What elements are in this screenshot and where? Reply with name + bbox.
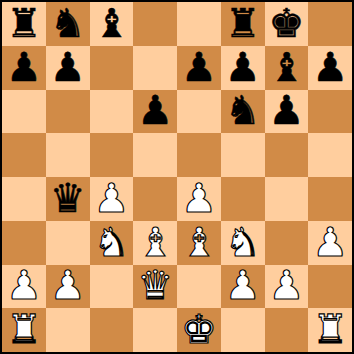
square-a7[interactable]: ♟ (2, 46, 46, 90)
square-h5[interactable] (308, 133, 352, 177)
square-e2[interactable] (177, 265, 221, 309)
square-e7[interactable]: ♟ (177, 46, 221, 90)
square-e6[interactable] (177, 90, 221, 134)
square-a6[interactable] (2, 90, 46, 134)
square-g4[interactable] (265, 177, 309, 221)
black-pawn-piece: ♟ (6, 47, 42, 87)
black-pawn-piece: ♟ (312, 47, 348, 87)
black-pawn-piece: ♟ (225, 47, 261, 87)
square-b1[interactable] (46, 308, 90, 352)
square-c2[interactable] (90, 265, 134, 309)
square-e8[interactable] (177, 2, 221, 46)
black-king-piece: ♚ (268, 3, 304, 43)
square-b5[interactable] (46, 133, 90, 177)
white-knight-piece: ♞ (93, 222, 129, 262)
square-c7[interactable] (90, 46, 134, 90)
square-h8[interactable] (308, 2, 352, 46)
white-pawn-piece: ♟ (181, 178, 217, 218)
square-c4[interactable]: ♟ (90, 177, 134, 221)
square-e1[interactable]: ♚ (177, 308, 221, 352)
square-g5[interactable] (265, 133, 309, 177)
square-d5[interactable] (133, 133, 177, 177)
square-b7[interactable]: ♟ (46, 46, 90, 90)
square-d3[interactable]: ♝ (133, 221, 177, 265)
square-h4[interactable] (308, 177, 352, 221)
square-f5[interactable] (221, 133, 265, 177)
square-c6[interactable] (90, 90, 134, 134)
black-bishop-piece: ♝ (93, 3, 129, 43)
square-a4[interactable] (2, 177, 46, 221)
black-knight-piece: ♞ (50, 3, 86, 43)
square-g8[interactable]: ♚ (265, 2, 309, 46)
square-b4[interactable]: ♛ (46, 177, 90, 221)
black-pawn-piece: ♟ (50, 47, 86, 87)
square-f3[interactable]: ♞ (221, 221, 265, 265)
white-pawn-piece: ♟ (312, 222, 348, 262)
square-e3[interactable]: ♝ (177, 221, 221, 265)
white-pawn-piece: ♟ (225, 265, 261, 305)
square-d7[interactable] (133, 46, 177, 90)
square-a3[interactable] (2, 221, 46, 265)
square-h2[interactable] (308, 265, 352, 309)
square-g2[interactable]: ♟ (265, 265, 309, 309)
square-h7[interactable]: ♟ (308, 46, 352, 90)
white-pawn-piece: ♟ (268, 265, 304, 305)
square-b3[interactable] (46, 221, 90, 265)
white-pawn-piece: ♟ (6, 265, 42, 305)
square-h3[interactable]: ♟ (308, 221, 352, 265)
square-a2[interactable]: ♟ (2, 265, 46, 309)
square-b6[interactable] (46, 90, 90, 134)
chess-board: ♜♞♝♜♚♟♟♟♟♝♟♟♞♟♛♟♟♞♝♝♞♟♟♟♛♟♟♜♚♜ (0, 0, 354, 354)
black-rook-piece: ♜ (225, 3, 261, 43)
square-g7[interactable]: ♝ (265, 46, 309, 90)
square-e5[interactable] (177, 133, 221, 177)
square-d6[interactable]: ♟ (133, 90, 177, 134)
square-b8[interactable]: ♞ (46, 2, 90, 46)
black-rook-piece: ♜ (6, 3, 42, 43)
white-rook-piece: ♜ (6, 309, 42, 349)
black-pawn-piece: ♟ (181, 47, 217, 87)
white-pawn-piece: ♟ (50, 265, 86, 305)
square-g1[interactable] (265, 308, 309, 352)
square-d4[interactable] (133, 177, 177, 221)
square-a5[interactable] (2, 133, 46, 177)
white-king-piece: ♚ (181, 309, 217, 349)
black-knight-piece: ♞ (225, 90, 261, 130)
square-d8[interactable] (133, 2, 177, 46)
square-e4[interactable]: ♟ (177, 177, 221, 221)
black-bishop-piece: ♝ (268, 47, 304, 87)
square-c8[interactable]: ♝ (90, 2, 134, 46)
white-queen-piece: ♛ (137, 265, 173, 305)
square-f2[interactable]: ♟ (221, 265, 265, 309)
square-c5[interactable] (90, 133, 134, 177)
square-h6[interactable] (308, 90, 352, 134)
square-a8[interactable]: ♜ (2, 2, 46, 46)
square-f7[interactable]: ♟ (221, 46, 265, 90)
square-a1[interactable]: ♜ (2, 308, 46, 352)
square-g6[interactable]: ♟ (265, 90, 309, 134)
square-d1[interactable] (133, 308, 177, 352)
square-c1[interactable] (90, 308, 134, 352)
square-b2[interactable]: ♟ (46, 265, 90, 309)
square-f6[interactable]: ♞ (221, 90, 265, 134)
square-f1[interactable] (221, 308, 265, 352)
white-bishop-piece: ♝ (181, 222, 217, 262)
square-d2[interactable]: ♛ (133, 265, 177, 309)
white-pawn-piece: ♟ (93, 178, 129, 218)
square-h1[interactable]: ♜ (308, 308, 352, 352)
white-rook-piece: ♜ (312, 309, 348, 349)
black-pawn-piece: ♟ (268, 90, 304, 130)
white-bishop-piece: ♝ (137, 222, 173, 262)
white-knight-piece: ♞ (225, 222, 261, 262)
square-f8[interactable]: ♜ (221, 2, 265, 46)
square-g3[interactable] (265, 221, 309, 265)
square-f4[interactable] (221, 177, 265, 221)
square-c3[interactable]: ♞ (90, 221, 134, 265)
black-pawn-piece: ♟ (137, 90, 173, 130)
black-queen-piece: ♛ (50, 178, 86, 218)
